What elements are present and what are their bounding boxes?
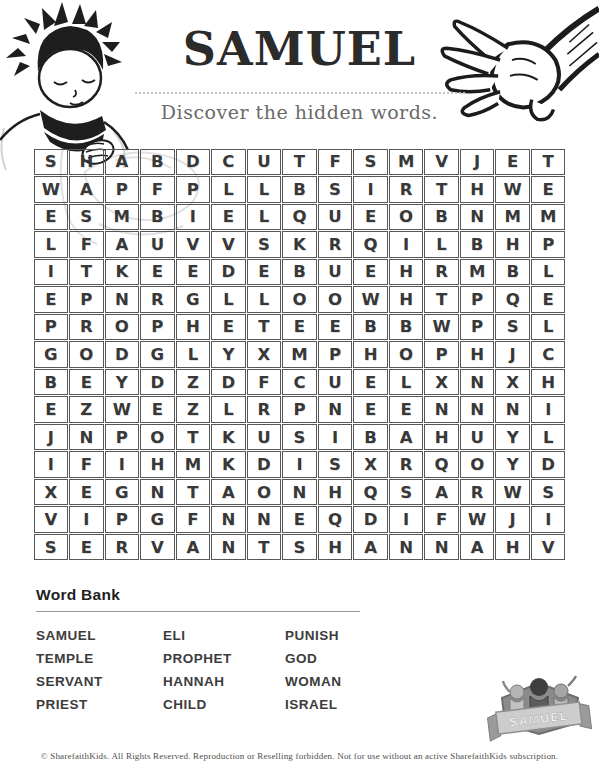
grid-cell-r3c1[interactable]: E [34,204,69,231]
word-bank-item: CHILD [163,693,285,716]
word-search-grid: SHABDCUTFSMVJETWAPFPLLBSIRTHWEESMBIELQUE… [33,148,566,561]
grid-cell-r12c2[interactable]: F [69,451,104,478]
grid-cell-r11c9[interactable]: I [318,424,353,451]
grid-cell-r10c10[interactable]: E [353,396,388,423]
grid-cell-r6c7[interactable]: L [247,286,282,313]
grid-cell-r5c13[interactable]: M [460,259,495,286]
grid-cell-r10c12[interactable]: N [424,396,459,423]
grid-cell-r12c13[interactable]: O [460,451,495,478]
grid-cell-r11c6[interactable]: K [211,424,246,451]
grid-cell-r10c3[interactable]: W [105,396,140,423]
grid-cell-r1c12[interactable]: V [424,149,459,176]
page-subtitle: Discover the hidden words. [0,101,599,123]
copyright-footer: © SharefaithKids. All Rights Reserved. R… [0,751,599,761]
grid-cell-r7c8[interactable]: E [282,314,317,341]
word-bank-item: HANNAH [163,670,285,693]
grid-cell-r10c11[interactable]: E [389,396,424,423]
grid-cell-r10c2[interactable]: Z [69,396,104,423]
grid-cell-r11c3[interactable]: P [105,424,140,451]
grid-cell-r8c4[interactable]: G [140,341,175,368]
grid-cell-r10c4[interactable]: E [140,396,175,423]
grid-cell-r14c2[interactable]: I [69,506,104,533]
grid-cell-r7c3[interactable]: O [105,314,140,341]
grid-cell-r5c9[interactable]: U [318,259,353,286]
grid-cell-r6c14[interactable]: Q [495,286,530,313]
grid-cell-r13c15[interactable]: S [531,479,566,506]
grid-cell-r3c6[interactable]: E [211,204,246,231]
grid-cell-r15c9[interactable]: H [318,534,353,561]
grid-cell-r6c12[interactable]: T [424,286,459,313]
grid-cell-r9c10[interactable]: E [353,369,388,396]
grid-cell-r12c3[interactable]: I [105,451,140,478]
grid-cell-r8c7[interactable]: X [247,341,282,368]
grid-cell-r3c14[interactable]: M [495,204,530,231]
grid-cell-r15c11[interactable]: N [389,534,424,561]
grid-cell-r11c5[interactable]: T [176,424,211,451]
grid-cell-r4c1[interactable]: L [34,231,69,258]
grid-cell-r11c11[interactable]: A [389,424,424,451]
grid-cell-r15c7[interactable]: T [247,534,282,561]
word-bank-column-1: SAMUELTEMPLESERVANTPRIEST [36,624,163,716]
grid-cell-r7c7[interactable]: T [247,314,282,341]
grid-cell-r12c15[interactable]: D [531,451,566,478]
grid-cell-r9c11[interactable]: L [389,369,424,396]
grid-cell-r4c7[interactable]: S [247,231,282,258]
grid-cell-r4c14[interactable]: H [495,231,530,258]
grid-cell-r7c2[interactable]: R [69,314,104,341]
grid-cell-r11c2[interactable]: N [69,424,104,451]
grid-cell-r11c12[interactable]: H [424,424,459,451]
grid-cell-r4c8[interactable]: K [282,231,317,258]
grid-cell-r7c5[interactable]: H [176,314,211,341]
grid-cell-r3c4[interactable]: B [140,204,175,231]
grid-cell-r9c7[interactable]: F [247,369,282,396]
grid-cell-r15c13[interactable]: A [460,534,495,561]
grid-cell-r8c11[interactable]: O [389,341,424,368]
grid-cell-r2c4[interactable]: F [140,176,175,203]
page-title: SAMUEL [0,22,599,76]
grid-cell-r9c14[interactable]: X [495,369,530,396]
grid-cell-r5c3[interactable]: K [105,259,140,286]
grid-cell-r13c5[interactable]: T [176,479,211,506]
grid-cell-r5c4[interactable]: E [140,259,175,286]
grid-cell-r4c9[interactable]: R [318,231,353,258]
grid-cell-r14c13[interactable]: W [460,506,495,533]
word-bank-divider [36,611,360,612]
grid-cell-r6c9[interactable]: O [318,286,353,313]
grid-cell-r9c3[interactable]: Y [105,369,140,396]
grid-cell-r8c3[interactable]: D [105,341,140,368]
grid-cell-r7c14[interactable]: S [495,314,530,341]
grid-cell-r12c4[interactable]: H [140,451,175,478]
grid-cell-r6c15[interactable]: E [531,286,566,313]
word-bank-item: PUNISH [285,624,425,647]
grid-cell-r2c12[interactable]: T [424,176,459,203]
grid-cell-r12c12[interactable]: Q [424,451,459,478]
grid-cell-r2c15[interactable]: E [531,176,566,203]
grid-cell-r2c13[interactable]: H [460,176,495,203]
grid-cell-r7c10[interactable]: B [353,314,388,341]
grid-cell-r13c10[interactable]: Q [353,479,388,506]
grid-cell-r8c5[interactable]: L [176,341,211,368]
grid-cell-r8c2[interactable]: O [69,341,104,368]
grid-cell-r15c10[interactable]: A [353,534,388,561]
grid-cell-r15c6[interactable]: N [211,534,246,561]
grid-cell-r1c3[interactable]: A [105,149,140,176]
grid-cell-r11c8[interactable]: S [282,424,317,451]
grid-cell-r13c13[interactable]: R [460,479,495,506]
grid-cell-r6c4[interactable]: R [140,286,175,313]
grid-cell-r4c5[interactable]: V [176,231,211,258]
grid-cell-r11c1[interactable]: J [34,424,69,451]
grid-cell-r1c2[interactable]: H [69,149,104,176]
grid-cell-r6c3[interactable]: N [105,286,140,313]
grid-cell-r3c11[interactable]: O [389,204,424,231]
grid-cell-r6c13[interactable]: P [460,286,495,313]
grid-cell-r14c14[interactable]: J [495,506,530,533]
grid-cell-r2c6[interactable]: L [211,176,246,203]
grid-cell-r2c1[interactable]: W [34,176,69,203]
grid-cell-r12c5[interactable]: M [176,451,211,478]
grid-cell-r13c3[interactable]: G [105,479,140,506]
grid-cell-r13c12[interactable]: A [424,479,459,506]
grid-cell-r8c8[interactable]: M [282,341,317,368]
grid-cell-r9c13[interactable]: N [460,369,495,396]
grid-cell-r10c6[interactable]: L [211,396,246,423]
grid-cell-r10c13[interactable]: N [460,396,495,423]
grid-cell-r1c10[interactable]: S [353,149,388,176]
grid-cell-r2c3[interactable]: P [105,176,140,203]
grid-cell-r6c5[interactable]: G [176,286,211,313]
sharefaith-kids-badge: SAMUEL [486,674,592,742]
grid-cell-r8c14[interactable]: J [495,341,530,368]
grid-cell-r14c5[interactable]: F [176,506,211,533]
grid-cell-r4c12[interactable]: L [424,231,459,258]
grid-cell-r8c1[interactable]: G [34,341,69,368]
grid-cell-r9c15[interactable]: H [531,369,566,396]
word-bank-item: WOMAN [285,670,425,693]
grid-cell-r13c2[interactable]: E [69,479,104,506]
grid-cell-r1c1[interactable]: S [34,149,69,176]
grid-cell-r7c9[interactable]: E [318,314,353,341]
grid-cell-r4c3[interactable]: A [105,231,140,258]
grid-cell-r14c15[interactable]: I [531,506,566,533]
grid-cell-r1c7[interactable]: U [247,149,282,176]
grid-cell-r13c9[interactable]: H [318,479,353,506]
word-bank-item: ISRAEL [285,693,425,716]
grid-cell-r15c14[interactable]: H [495,534,530,561]
grid-cell-r13c11[interactable]: S [389,479,424,506]
grid-cell-r1c5[interactable]: D [176,149,211,176]
grid-cell-r11c15[interactable]: L [531,424,566,451]
grid-cell-r12c6[interactable]: K [211,451,246,478]
grid-cell-r1c9[interactable]: F [318,149,353,176]
grid-cell-r13c7[interactable]: O [247,479,282,506]
grid-cell-r12c14[interactable]: Y [495,451,530,478]
word-bank-item: GOD [285,647,425,670]
grid-cell-r8c15[interactable]: C [531,341,566,368]
grid-cell-r4c6[interactable]: V [211,231,246,258]
word-bank-item: SERVANT [36,670,163,693]
grid-cell-r6c6[interactable]: L [211,286,246,313]
grid-cell-r15c15[interactable]: V [531,534,566,561]
grid-cell-r14c6[interactable]: N [211,506,246,533]
grid-cell-r3c13[interactable]: N [460,204,495,231]
grid-cell-r12c10[interactable]: X [353,451,388,478]
grid-cell-r5c6[interactable]: D [211,259,246,286]
grid-cell-r14c9[interactable]: Q [318,506,353,533]
grid-cell-r14c7[interactable]: N [247,506,282,533]
grid-cell-r3c7[interactable]: L [247,204,282,231]
grid-cell-r5c2[interactable]: T [69,259,104,286]
grid-cell-r1c4[interactable]: B [140,149,175,176]
grid-cell-r7c13[interactable]: P [460,314,495,341]
grid-cell-r8c6[interactable]: Y [211,341,246,368]
grid-cell-r2c14[interactable]: W [495,176,530,203]
grid-cell-r6c1[interactable]: E [34,286,69,313]
grid-cell-r5c5[interactable]: E [176,259,211,286]
grid-cell-r6c8[interactable]: O [282,286,317,313]
grid-cell-r15c3[interactable]: R [105,534,140,561]
grid-cell-r14c10[interactable]: D [353,506,388,533]
grid-cell-r9c8[interactable]: C [282,369,317,396]
grid-cell-r11c7[interactable]: U [247,424,282,451]
grid-cell-r4c4[interactable]: U [140,231,175,258]
word-bank-item: PRIEST [36,693,163,716]
grid-cell-r5c11[interactable]: H [389,259,424,286]
grid-cell-r1c14[interactable]: E [495,149,530,176]
grid-cell-r12c9[interactable]: S [318,451,353,478]
grid-cell-r6c2[interactable]: P [69,286,104,313]
word-bank-column-3: PUNISHGODWOMANISRAEL [285,624,425,716]
grid-cell-r2c8[interactable]: B [282,176,317,203]
grid-cell-r9c12[interactable]: X [424,369,459,396]
grid-cell-r7c1[interactable]: P [34,314,69,341]
grid-cell-r3c3[interactable]: M [105,204,140,231]
word-bank-item: ELI [163,624,285,647]
grid-cell-r5c15[interactable]: L [531,259,566,286]
grid-cell-r9c4[interactable]: D [140,369,175,396]
word-bank-item: PROPHET [163,647,285,670]
grid-cell-r12c11[interactable]: R [389,451,424,478]
grid-cell-r15c5[interactable]: A [176,534,211,561]
grid-cell-r8c9[interactable]: P [318,341,353,368]
grid-cell-r9c2[interactable]: E [69,369,104,396]
grid-cell-r9c9[interactable]: U [318,369,353,396]
word-bank-item: TEMPLE [36,647,163,670]
grid-cell-r14c8[interactable]: E [282,506,317,533]
grid-cell-r2c10[interactable]: I [353,176,388,203]
grid-cell-r5c8[interactable]: B [282,259,317,286]
grid-cell-r9c1[interactable]: B [34,369,69,396]
grid-cell-r7c15[interactable]: L [531,314,566,341]
grid-cell-r10c15[interactable]: I [531,396,566,423]
grid-cell-r4c15[interactable]: P [531,231,566,258]
grid-cell-r8c12[interactable]: P [424,341,459,368]
grid-cell-r4c13[interactable]: B [460,231,495,258]
grid-cell-r14c11[interactable]: I [389,506,424,533]
grid-cell-r3c2[interactable]: S [69,204,104,231]
grid-cell-r15c8[interactable]: S [282,534,317,561]
grid-cell-r6c10[interactable]: W [353,286,388,313]
grid-cell-r14c12[interactable]: F [424,506,459,533]
grid-cell-r13c8[interactable]: N [282,479,317,506]
grid-cell-r8c10[interactable]: H [353,341,388,368]
grid-cell-r8c13[interactable]: H [460,341,495,368]
grid-cell-r5c10[interactable]: E [353,259,388,286]
grid-cell-r2c11[interactable]: R [389,176,424,203]
grid-cell-r7c4[interactable]: P [140,314,175,341]
grid-cell-r9c6[interactable]: D [211,369,246,396]
grid-cell-r11c4[interactable]: O [140,424,175,451]
grid-cell-r10c5[interactable]: Z [176,396,211,423]
grid-cell-r1c13[interactable]: J [460,149,495,176]
grid-cell-r10c9[interactable]: N [318,396,353,423]
grid-cell-r11c13[interactable]: U [460,424,495,451]
word-bank-heading: Word Bank [36,586,566,604]
word-search-worksheet-page: SAMUEL Discover the hidden words. SHABDC… [0,0,599,776]
grid-cell-r4c11[interactable]: I [389,231,424,258]
grid-cell-r6c11[interactable]: H [389,286,424,313]
grid-cell-r12c7[interactable]: D [247,451,282,478]
grid-cell-r13c6[interactable]: A [211,479,246,506]
grid-cell-r3c9[interactable]: U [318,204,353,231]
grid-cell-r11c14[interactable]: Y [495,424,530,451]
dotted-divider [135,92,465,94]
grid-cell-r1c6[interactable]: C [211,149,246,176]
grid-cell-r9c5[interactable]: Z [176,369,211,396]
grid-cell-r4c10[interactable]: Q [353,231,388,258]
grid-cell-r15c1[interactable]: S [34,534,69,561]
word-bank-column-2: ELIPROPHETHANNAHCHILD [163,624,285,716]
grid-cell-r12c8[interactable]: I [282,451,317,478]
grid-cell-r3c12[interactable]: B [424,204,459,231]
grid-cell-r15c2[interactable]: E [69,534,104,561]
grid-cell-r5c14[interactable]: B [495,259,530,286]
grid-cell-r10c8[interactable]: P [282,396,317,423]
grid-cell-r10c1[interactable]: E [34,396,69,423]
grid-cell-r7c11[interactable]: B [389,314,424,341]
grid-cell-r5c7[interactable]: E [247,259,282,286]
grid-cell-r13c14[interactable]: W [495,479,530,506]
grid-cell-r7c12[interactable]: W [424,314,459,341]
grid-cell-r3c8[interactable]: Q [282,204,317,231]
grid-cell-r15c4[interactable]: V [140,534,175,561]
word-bank-item: SAMUEL [36,624,163,647]
grid-cell-r1c11[interactable]: M [389,149,424,176]
grid-cell-r3c15[interactable]: M [531,204,566,231]
grid-cell-r13c1[interactable]: X [34,479,69,506]
grid-cell-r1c15[interactable]: T [531,149,566,176]
grid-cell-r7c6[interactable]: E [211,314,246,341]
grid-cell-r1c8[interactable]: T [282,149,317,176]
grid-cell-r14c4[interactable]: G [140,506,175,533]
grid-cell-r5c1[interactable]: I [34,259,69,286]
grid-cell-r2c7[interactable]: L [247,176,282,203]
grid-cell-r2c9[interactable]: S [318,176,353,203]
grid-cell-r12c1[interactable]: I [34,451,69,478]
grid-cell-r5c12[interactable]: R [424,259,459,286]
grid-cell-r10c7[interactable]: R [247,396,282,423]
grid-cell-r14c3[interactable]: P [105,506,140,533]
grid-cell-r3c10[interactable]: E [353,204,388,231]
grid-cell-r2c5[interactable]: P [176,176,211,203]
grid-cell-r10c14[interactable]: N [495,396,530,423]
grid-cell-r13c4[interactable]: N [140,479,175,506]
grid-cell-r3c5[interactable]: I [176,204,211,231]
grid-cell-r15c12[interactable]: N [424,534,459,561]
grid-cell-r11c10[interactable]: B [353,424,388,451]
grid-cell-r4c2[interactable]: F [69,231,104,258]
grid-cell-r14c1[interactable]: V [34,506,69,533]
grid-cell-r2c2[interactable]: A [69,176,104,203]
